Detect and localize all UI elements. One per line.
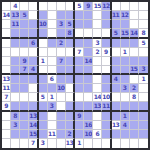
cell-r10c10-empty[interactable] <box>84 84 93 93</box>
cell-r1c10-given-9[interactable]: 9 <box>84 2 93 11</box>
cell-r7c13-empty[interactable] <box>112 57 121 66</box>
cell-r10c15-given-2[interactable]: 2 <box>130 84 139 93</box>
cell-r1c8-empty[interactable] <box>66 2 75 11</box>
cell-r14c6-empty[interactable] <box>48 121 57 130</box>
cell-r7c10-given-14[interactable]: 14 <box>84 57 93 66</box>
cell-r9c13-given-4[interactable]: 4 <box>112 75 121 84</box>
cell-r14c7-empty[interactable] <box>57 121 66 130</box>
cell-r7c12-empty[interactable] <box>102 57 111 66</box>
cell-r1c9-given-5[interactable]: 5 <box>75 2 84 11</box>
cell-r5c14-empty[interactable] <box>121 39 130 48</box>
cell-r3c4-empty[interactable] <box>29 20 38 29</box>
cell-r11c7-empty[interactable] <box>57 93 66 102</box>
cell-r1c15-empty[interactable] <box>130 2 139 11</box>
cell-r14c11-empty[interactable] <box>93 121 102 130</box>
cell-r16c13-empty[interactable] <box>112 139 121 148</box>
cell-r6c8-empty[interactable] <box>66 48 75 57</box>
cell-r2c14-given-12[interactable]: 12 <box>121 11 130 20</box>
cell-r3c3-empty[interactable] <box>20 20 29 29</box>
cell-r16c7-empty[interactable] <box>57 139 66 148</box>
cell-r13c9-given-9[interactable]: 9 <box>75 112 84 121</box>
cell-r10c2-empty[interactable] <box>11 84 20 93</box>
cell-r16c3-empty[interactable] <box>20 139 29 148</box>
cell-r11c16-empty[interactable] <box>139 93 148 102</box>
cell-r9c9-empty[interactable] <box>75 75 84 84</box>
cell-r12c10-empty[interactable] <box>84 102 93 111</box>
cell-r14c3-empty[interactable] <box>20 121 29 130</box>
cell-r13c7-empty[interactable] <box>57 112 66 121</box>
cell-r12c15-empty[interactable] <box>130 102 139 111</box>
cell-r13c10-empty[interactable] <box>84 112 93 121</box>
cell-r12c11-given-13[interactable]: 13 <box>93 102 102 111</box>
cell-r13c16-empty[interactable] <box>139 112 148 121</box>
cell-r16c5-given-3[interactable]: 3 <box>39 139 48 148</box>
cell-r12c12-given-11[interactable]: 11 <box>102 102 111 111</box>
cell-r6c1-empty[interactable] <box>2 48 11 57</box>
cell-r2c8-empty[interactable] <box>66 11 75 20</box>
cell-r1c2-given-4[interactable]: 4 <box>11 2 20 11</box>
cell-r15c7-empty[interactable] <box>57 130 66 139</box>
cell-r1c5-empty[interactable] <box>39 2 48 11</box>
cell-r8c7-empty[interactable] <box>57 66 66 75</box>
cell-r12c4-empty[interactable] <box>29 102 38 111</box>
cell-r15c2-empty[interactable] <box>11 130 20 139</box>
cell-r6c14-given-1[interactable]: 1 <box>121 48 130 57</box>
cell-r15c3-empty[interactable] <box>20 130 29 139</box>
cell-r6c4-empty[interactable] <box>29 48 38 57</box>
cell-r10c3-empty[interactable] <box>20 84 29 93</box>
cell-r2c10-empty[interactable] <box>84 11 93 20</box>
cell-r7c5-given-1[interactable]: 1 <box>39 57 48 66</box>
cell-r6c15-empty[interactable] <box>130 48 139 57</box>
cell-r4c10-empty[interactable] <box>84 29 93 38</box>
cell-r6c6-empty[interactable] <box>48 48 57 57</box>
cell-r2c4-empty[interactable] <box>29 11 38 20</box>
cell-r6c7-empty[interactable] <box>57 48 66 57</box>
cell-r13c3-empty[interactable] <box>20 112 29 121</box>
cell-r15c9-empty[interactable] <box>75 130 84 139</box>
cell-r14c5-empty[interactable] <box>39 121 48 130</box>
cell-r2c9-empty[interactable] <box>75 11 84 20</box>
cell-r8c13-empty[interactable] <box>112 66 121 75</box>
cell-r10c8-empty[interactable] <box>66 84 75 93</box>
cell-r8c12-empty[interactable] <box>102 66 111 75</box>
cell-r7c7-given-7[interactable]: 7 <box>57 57 66 66</box>
cell-r10c6-empty[interactable] <box>48 84 57 93</box>
cell-r12c7-empty[interactable] <box>57 102 66 111</box>
cell-r8c16-given-3[interactable]: 3 <box>139 66 148 75</box>
cell-r9c15-empty[interactable] <box>130 75 139 84</box>
cell-r10c12-empty[interactable] <box>102 84 111 93</box>
cell-r4c7-empty[interactable] <box>57 29 66 38</box>
cell-r2c1-given-14[interactable]: 14 <box>2 11 11 20</box>
cell-r13c13-empty[interactable] <box>112 112 121 121</box>
cell-r10c4-empty[interactable] <box>29 84 38 93</box>
cell-r11c2-empty[interactable] <box>11 93 20 102</box>
cell-r9c10-empty[interactable] <box>84 75 93 84</box>
cell-r15c12-empty[interactable] <box>102 130 111 139</box>
cell-r2c11-empty[interactable] <box>93 11 102 20</box>
cell-r16c15-empty[interactable] <box>130 139 139 148</box>
cell-r9c11-empty[interactable] <box>93 75 102 84</box>
cell-r14c1-empty[interactable] <box>2 121 11 130</box>
cell-r13c4-given-13[interactable]: 13 <box>29 112 38 121</box>
cell-r4c8-given-8[interactable]: 8 <box>66 29 75 38</box>
cell-r12c6-given-3[interactable]: 3 <box>48 102 57 111</box>
cell-r8c6-empty[interactable] <box>48 66 57 75</box>
cell-r11c5-given-5[interactable]: 5 <box>39 93 48 102</box>
cell-r9c8-empty[interactable] <box>66 75 75 84</box>
cell-r6c13-empty[interactable] <box>112 48 121 57</box>
cell-r11c9-empty[interactable] <box>75 93 84 102</box>
cell-r13c8-empty[interactable] <box>66 112 75 121</box>
cell-r2c15-empty[interactable] <box>130 11 139 20</box>
cell-r15c6-given-11[interactable]: 11 <box>48 130 57 139</box>
cell-r16c12-empty[interactable] <box>102 139 111 148</box>
cell-r9c4-empty[interactable] <box>29 75 38 84</box>
cell-r2c2-given-13[interactable]: 13 <box>11 11 20 20</box>
cell-r9c6-given-6[interactable]: 6 <box>48 75 57 84</box>
sudoku-board: 4591512141351112111035851514862357291917… <box>0 0 150 150</box>
sudoku-app: 4591512141351112111035851514862357291917… <box>0 0 150 150</box>
cell-r10c11-empty[interactable] <box>93 84 102 93</box>
cell-r6c2-empty[interactable] <box>11 48 20 57</box>
cell-r8c2-empty[interactable] <box>11 66 20 75</box>
cell-r7c11-empty[interactable] <box>93 57 102 66</box>
cell-r14c12-empty[interactable] <box>102 121 111 130</box>
cell-r13c14-given-1[interactable]: 1 <box>121 112 130 121</box>
cell-r6c5-empty[interactable] <box>39 48 48 57</box>
cell-r4c15-given-14[interactable]: 14 <box>130 29 139 38</box>
cell-r4c3-empty[interactable] <box>20 29 29 38</box>
cell-r14c13-given-13[interactable]: 13 <box>112 121 121 130</box>
cell-r4c16-given-8[interactable]: 8 <box>139 29 148 38</box>
cell-r12c3-empty[interactable] <box>20 102 29 111</box>
cell-r8c14-empty[interactable] <box>121 66 130 75</box>
cell-r3c9-empty[interactable] <box>75 20 84 29</box>
cell-r8c9-empty[interactable] <box>75 66 84 75</box>
cell-r11c4-empty[interactable] <box>29 93 38 102</box>
cell-r14c9-empty[interactable] <box>75 121 84 130</box>
cell-r12c16-empty[interactable] <box>139 102 148 111</box>
cell-r3c6-empty[interactable] <box>48 20 57 29</box>
cell-r11c1-given-7[interactable]: 7 <box>2 93 11 102</box>
cell-r8c11-empty[interactable] <box>93 66 102 75</box>
cell-r8c3-given-7[interactable]: 7 <box>20 66 29 75</box>
cell-r9c1-given-13[interactable]: 13 <box>2 75 11 84</box>
cell-r4c14-given-15[interactable]: 15 <box>121 29 130 38</box>
cell-r14c8-empty[interactable] <box>66 121 75 130</box>
cell-r9c16-given-1[interactable]: 1 <box>139 75 148 84</box>
cell-r11c15-given-8[interactable]: 8 <box>130 93 139 102</box>
cell-r4c5-empty[interactable] <box>39 29 48 38</box>
cell-r15c14-empty[interactable] <box>121 130 130 139</box>
cell-r5c1-empty[interactable] <box>2 39 11 48</box>
cell-r9c12-empty[interactable] <box>102 75 111 84</box>
cell-r16c2-empty[interactable] <box>11 139 20 148</box>
cell-r14c4-given-14[interactable]: 14 <box>29 121 38 130</box>
cell-r7c14-empty[interactable] <box>121 57 130 66</box>
cell-r12c13-empty[interactable] <box>112 102 121 111</box>
cell-r1c11-given-15[interactable]: 15 <box>93 2 102 11</box>
cell-r16c8-given-13[interactable]: 13 <box>66 139 75 148</box>
cell-r3c14-empty[interactable] <box>121 20 130 29</box>
cell-r1c14-empty[interactable] <box>121 2 130 11</box>
cell-r11c3-empty[interactable] <box>20 93 29 102</box>
cell-r11c11-given-14[interactable]: 14 <box>93 93 102 102</box>
cell-r11c6-given-1[interactable]: 1 <box>48 93 57 102</box>
cell-r7c8-empty[interactable] <box>66 57 75 66</box>
cell-r3c13-empty[interactable] <box>112 20 121 29</box>
cell-r5c4-given-6[interactable]: 6 <box>29 39 38 48</box>
cell-r4c11-empty[interactable] <box>93 29 102 38</box>
cell-r3c1-empty[interactable] <box>2 20 11 29</box>
cell-r16c1-empty[interactable] <box>2 139 11 148</box>
cell-r2c16-empty[interactable] <box>139 11 148 20</box>
cell-r3c11-empty[interactable] <box>93 20 102 29</box>
cell-r5c7-given-2[interactable]: 2 <box>57 39 66 48</box>
cell-r2c5-empty[interactable] <box>39 11 48 20</box>
cell-r3c10-empty[interactable] <box>84 20 93 29</box>
cell-r1c3-empty[interactable] <box>20 2 29 11</box>
cell-r7c6-empty[interactable] <box>48 57 57 66</box>
cell-r13c2-given-8[interactable]: 8 <box>11 112 20 121</box>
cell-r12c1-given-9[interactable]: 9 <box>2 102 11 111</box>
cell-r16c9-given-1[interactable]: 1 <box>75 139 84 148</box>
cell-r8c8-empty[interactable] <box>66 66 75 75</box>
cell-r10c1-given-11[interactable]: 11 <box>2 84 11 93</box>
cell-r5c12-empty[interactable] <box>102 39 111 48</box>
cell-r12c8-empty[interactable] <box>66 102 75 111</box>
cell-r1c13-empty[interactable] <box>112 2 121 11</box>
cell-r1c12-given-12[interactable]: 12 <box>102 2 111 11</box>
cell-r9c7-empty[interactable] <box>57 75 66 84</box>
cell-r4c1-empty[interactable] <box>2 29 11 38</box>
cell-r16c14-empty[interactable] <box>121 139 130 148</box>
cell-r5c11-given-3[interactable]: 3 <box>93 39 102 48</box>
cell-r1c6-empty[interactable] <box>48 2 57 11</box>
cell-r4c9-empty[interactable] <box>75 29 84 38</box>
cell-r1c1-empty[interactable] <box>2 2 11 11</box>
cell-r1c4-empty[interactable] <box>29 2 38 11</box>
cell-r7c9-empty[interactable] <box>75 57 84 66</box>
cell-r11c12-given-10[interactable]: 10 <box>102 93 111 102</box>
cell-r15c13-empty[interactable] <box>112 130 121 139</box>
cell-r10c5-empty[interactable] <box>39 84 48 93</box>
cell-r6c9-given-7[interactable]: 7 <box>75 48 84 57</box>
cell-r14c10-given-16[interactable]: 16 <box>84 121 93 130</box>
cell-r12c14-empty[interactable] <box>121 102 130 111</box>
cell-r13c6-empty[interactable] <box>48 112 57 121</box>
cell-r15c11-given-6[interactable]: 6 <box>93 130 102 139</box>
cell-r6c11-given-2[interactable]: 2 <box>93 48 102 57</box>
cell-r15c1-empty[interactable] <box>2 130 11 139</box>
cell-r6c16-empty[interactable] <box>139 48 148 57</box>
cell-r2c13-given-11[interactable]: 11 <box>112 11 121 20</box>
cell-r10c14-given-3[interactable]: 3 <box>121 84 130 93</box>
cell-r4c4-empty[interactable] <box>29 29 38 38</box>
cell-r9c2-empty[interactable] <box>11 75 20 84</box>
cell-r13c15-empty[interactable] <box>130 112 139 121</box>
cell-r8c10-empty[interactable] <box>84 66 93 75</box>
cell-r8c4-given-4[interactable]: 4 <box>29 66 38 75</box>
cell-r15c10-given-10[interactable]: 10 <box>84 130 93 139</box>
cell-r5c8-empty[interactable] <box>66 39 75 48</box>
cell-r1c7-empty[interactable] <box>57 2 66 11</box>
cell-r7c3-given-9[interactable]: 9 <box>20 57 29 66</box>
cell-r9c14-empty[interactable] <box>121 75 130 84</box>
cell-r3c7-given-3[interactable]: 3 <box>57 20 66 29</box>
cell-r8c15-given-15[interactable]: 15 <box>130 66 139 75</box>
cell-r13c12-empty[interactable] <box>102 112 111 121</box>
cell-r12c5-empty[interactable] <box>39 102 48 111</box>
cell-r5c10-empty[interactable] <box>84 39 93 48</box>
cell-r13c11-empty[interactable] <box>93 112 102 121</box>
cell-r14c15-empty[interactable] <box>130 121 139 130</box>
cell-r3c16-empty[interactable] <box>139 20 148 29</box>
cell-r2c7-empty[interactable] <box>57 11 66 20</box>
cell-r14c2-given-3[interactable]: 3 <box>11 121 20 130</box>
cell-r6c12-given-9[interactable]: 9 <box>102 48 111 57</box>
cell-r5c2-empty[interactable] <box>11 39 20 48</box>
cell-r1c16-empty[interactable] <box>139 2 148 11</box>
cell-r2c3-given-5[interactable]: 5 <box>20 11 29 20</box>
cell-r7c4-empty[interactable] <box>29 57 38 66</box>
cell-r13c5-empty[interactable] <box>39 112 48 121</box>
cell-r3c8-given-5[interactable]: 5 <box>66 20 75 29</box>
cell-r11c10-empty[interactable] <box>84 93 93 102</box>
cell-r11c14-empty[interactable] <box>121 93 130 102</box>
cell-r16c16-empty[interactable] <box>139 139 148 148</box>
cell-r14c14-given-4[interactable]: 4 <box>121 121 130 130</box>
cell-r7c15-empty[interactable] <box>130 57 139 66</box>
cell-r2c12-empty[interactable] <box>102 11 111 20</box>
cell-r5c13-empty[interactable] <box>112 39 121 48</box>
cell-r13c1-empty[interactable] <box>2 112 11 121</box>
cell-r14c16-empty[interactable] <box>139 121 148 130</box>
cell-r10c13-empty[interactable] <box>112 84 121 93</box>
cell-r8c5-empty[interactable] <box>39 66 48 75</box>
cell-r5c3-empty[interactable] <box>20 39 29 48</box>
cell-r15c16-empty[interactable] <box>139 130 148 139</box>
cell-r9c5-empty[interactable] <box>39 75 48 84</box>
cell-r3c15-empty[interactable] <box>130 20 139 29</box>
cell-r3c12-empty[interactable] <box>102 20 111 29</box>
cell-r10c9-empty[interactable] <box>75 84 84 93</box>
cell-r9c3-empty[interactable] <box>20 75 29 84</box>
cell-r5c6-empty[interactable] <box>48 39 57 48</box>
cell-r5c16-given-5[interactable]: 5 <box>139 39 148 48</box>
cell-r16c10-empty[interactable] <box>84 139 93 148</box>
cell-r3c2-given-11[interactable]: 11 <box>11 20 20 29</box>
cell-r15c5-empty[interactable] <box>39 130 48 139</box>
cell-r8c1-empty[interactable] <box>2 66 11 75</box>
cell-r5c15-empty[interactable] <box>130 39 139 48</box>
cell-r12c2-empty[interactable] <box>11 102 20 111</box>
cell-r16c6-empty[interactable] <box>48 139 57 148</box>
cell-r10c7-given-10[interactable]: 10 <box>57 84 66 93</box>
cell-r15c8-given-2[interactable]: 2 <box>66 130 75 139</box>
cell-r16c11-empty[interactable] <box>93 139 102 148</box>
cell-r7c1-empty[interactable] <box>2 57 11 66</box>
cell-r11c13-empty[interactable] <box>112 93 121 102</box>
cell-r7c2-empty[interactable] <box>11 57 20 66</box>
cell-r16c4-given-7[interactable]: 7 <box>29 139 38 148</box>
cell-r2c6-empty[interactable] <box>48 11 57 20</box>
cell-r10c16-empty[interactable] <box>139 84 148 93</box>
cell-r4c13-given-5[interactable]: 5 <box>112 29 121 38</box>
cell-r5c9-empty[interactable] <box>75 39 84 48</box>
cell-r4c6-empty[interactable] <box>48 29 57 38</box>
cell-r4c2-empty[interactable] <box>11 29 20 38</box>
cell-r6c10-empty[interactable] <box>84 48 93 57</box>
cell-r15c15-empty[interactable] <box>130 130 139 139</box>
cell-r5c5-empty[interactable] <box>39 39 48 48</box>
cell-r12c9-empty[interactable] <box>75 102 84 111</box>
cell-r4c12-empty[interactable] <box>102 29 111 38</box>
cell-r15c4-given-15[interactable]: 15 <box>29 130 38 139</box>
cell-r3c5-given-10[interactable]: 10 <box>39 20 48 29</box>
cell-r11c8-empty[interactable] <box>66 93 75 102</box>
cell-r7c16-empty[interactable] <box>139 57 148 66</box>
cell-r6c3-empty[interactable] <box>20 48 29 57</box>
